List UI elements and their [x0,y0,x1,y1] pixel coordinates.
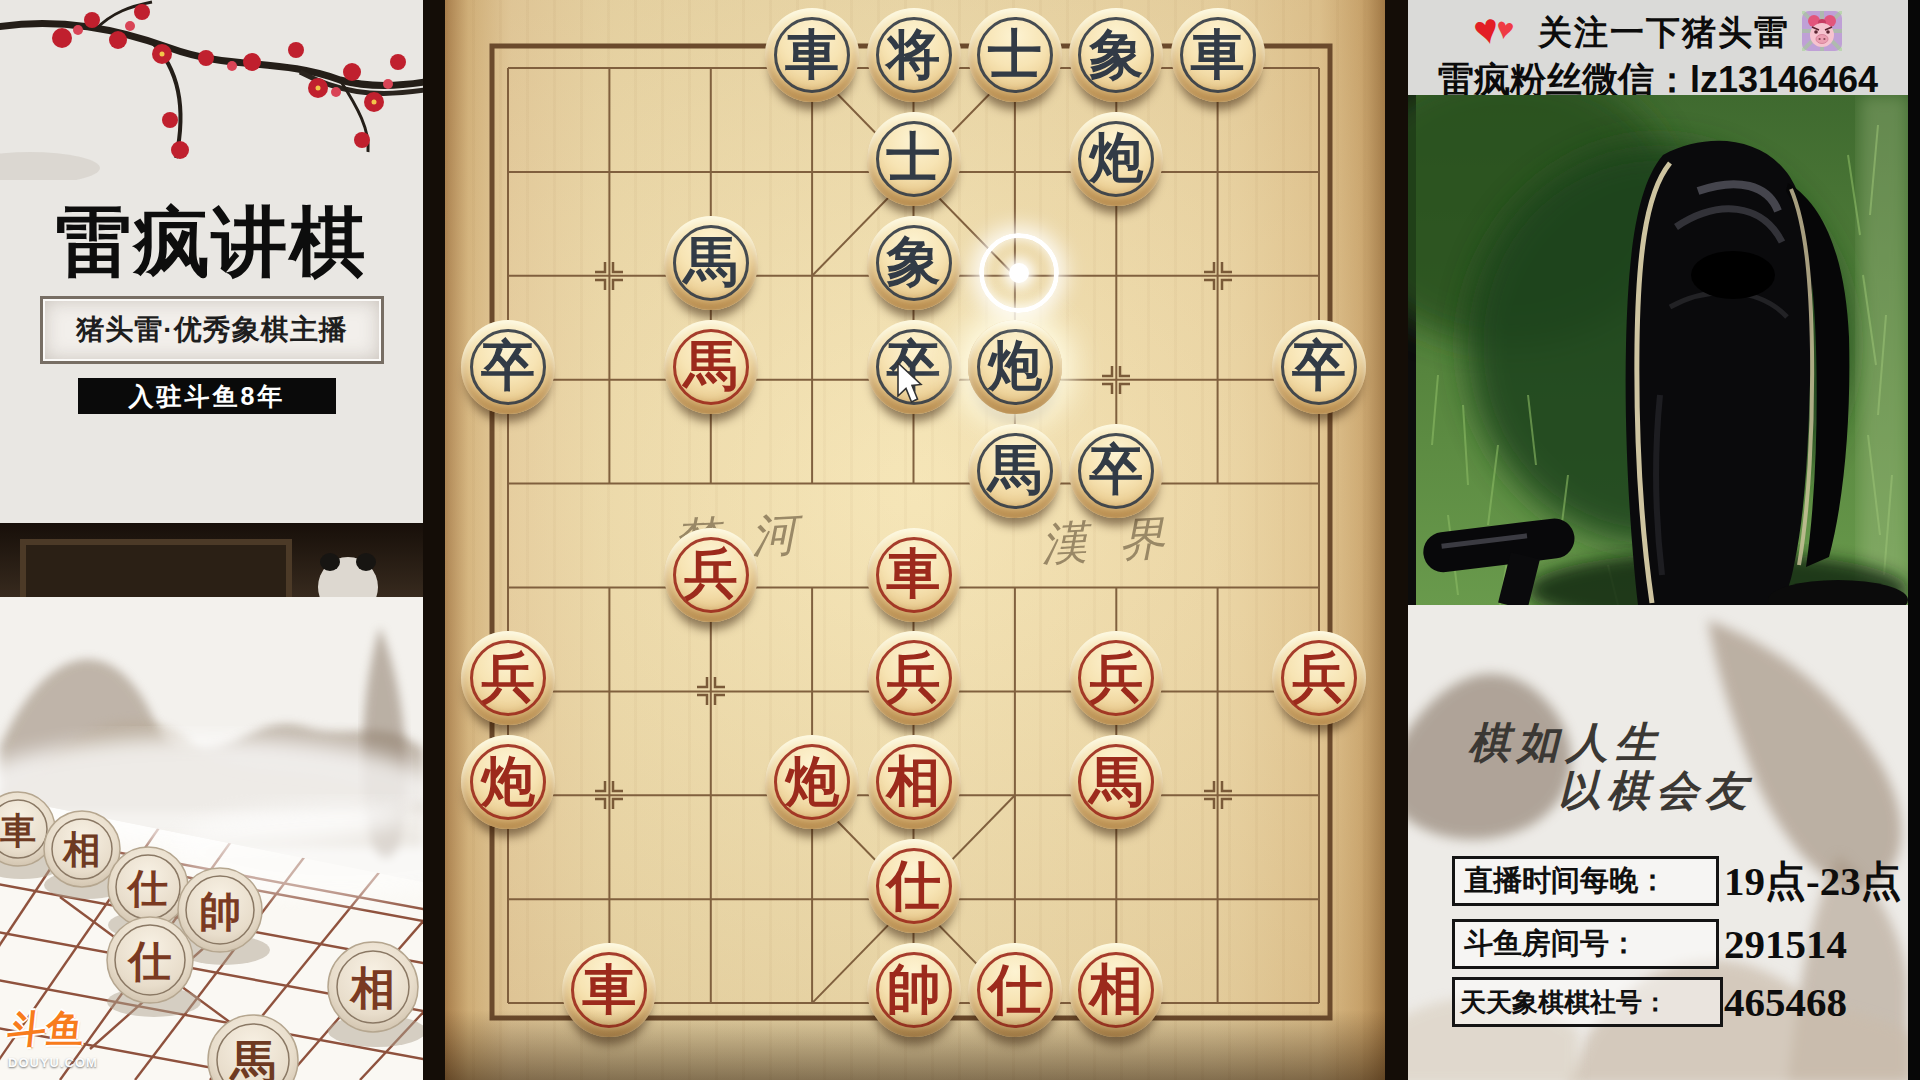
pig-emoji-icon [1802,11,1842,55]
board-piece-red-馬[interactable]: 馬 [1069,735,1163,829]
mouse-cursor [897,362,927,410]
pieces-layer: 車将士象車士炮馬象卒馬卒炮卒馬卒兵車兵兵兵兵炮炮相馬仕車帥仕相 [445,0,1385,1080]
shelf-photo-strip [0,523,423,597]
point-marker [1200,258,1236,294]
board-piece-black-炮[interactable]: 炮 [1069,112,1163,206]
board-piece-red-車[interactable]: 車 [867,528,961,622]
douyu-logo-text: 斗鱼 [5,1004,100,1055]
hearts-icon: ♥♥ [1474,12,1526,54]
plum-blossom-art [0,0,423,180]
live-time-row: 直播时间每晚： 19点-23点 [1452,856,1908,904]
follow-text: 关注一下猪头雷 [1538,10,1790,56]
room-number-value: 291514 [1724,919,1847,969]
right-header: ♥♥ 关注一下猪头雷 雷疯粉丝微信：lz13146464 [1408,0,1908,95]
board-piece-red-兵[interactable]: 兵 [664,528,758,622]
board-piece-black-象[interactable]: 象 [1069,8,1163,102]
board-piece-black-馬[interactable]: 馬 [664,216,758,310]
last-move-origin-marker [979,233,1059,313]
board-piece-red-兵[interactable]: 兵 [461,631,555,725]
svg-text:相: 相 [62,827,101,872]
right-info-panel: 棋如人生 以棋会友 直播时间每晚： 19点-23点 斗鱼房间号： 291514 … [1408,605,1908,1080]
svg-text:相: 相 [349,962,396,1015]
live-time-label: 直播时间每晚： [1452,856,1719,906]
live-time-value: 19点-23点 [1724,856,1902,906]
board-piece-black-象[interactable]: 象 [867,216,961,310]
svg-text:仕: 仕 [126,864,168,911]
board-piece-black-車[interactable]: 車 [765,8,859,102]
svg-text:馬: 馬 [229,1035,276,1080]
board-piece-black-卒[interactable]: 卒 [461,320,555,414]
game-capture-panel: 楚河 漢界 車将士象車士炮馬象卒馬卒炮卒馬卒兵車兵兵兵兵炮炮相馬仕車帥仕相 [423,0,1408,1080]
board-piece-red-兵[interactable]: 兵 [867,631,961,725]
streamer-title: 雷疯讲棋 [0,192,423,295]
wechat-text: 雷疯粉丝微信：lz13146464 [1408,56,1908,95]
board-piece-red-炮[interactable]: 炮 [461,735,555,829]
quote-line2: 以棋会友 [1558,763,1754,819]
room-number-label: 斗鱼房间号： [1452,919,1719,969]
left-banner-panel: 雷疯讲棋 猪头雷·优秀象棋主播 入驻斗鱼8年 [0,0,423,1080]
point-marker [591,258,627,294]
svg-text:帥: 帥 [199,887,241,936]
board-piece-red-相[interactable]: 相 [867,735,961,829]
board-piece-black-士[interactable]: 士 [968,8,1062,102]
chair-photo [1408,95,1908,605]
douyu-logo-sub: DOUYU.COM [8,1055,98,1070]
board-piece-red-馬[interactable]: 馬 [664,320,758,414]
board-piece-red-炮[interactable]: 炮 [765,735,859,829]
point-marker [591,777,627,813]
point-marker [693,673,729,709]
svg-text:車: 車 [0,809,36,851]
streamer-subtitle: 猪头雷·优秀象棋主播 [76,311,347,349]
douyu-logo: 斗鱼 DOUYU.COM [8,1004,98,1070]
point-marker [1200,777,1236,813]
board-piece-red-兵[interactable]: 兵 [1069,631,1163,725]
douyu-years-badge: 入驻斗鱼8年 [78,378,336,414]
board-shadow [445,1010,1385,1080]
svg-text:仕: 仕 [127,936,172,986]
board-piece-black-卒[interactable]: 卒 [1069,424,1163,518]
board-piece-red-兵[interactable]: 兵 [1272,631,1366,725]
xiangqi-board[interactable]: 楚河 漢界 車将士象車士炮馬象卒馬卒炮卒馬卒兵車兵兵兵兵炮炮相馬仕車帥仕相 [445,0,1385,1080]
panda-figurine [318,557,378,597]
point-marker [1098,362,1134,398]
club-number-label: 天天象棋棋社号： [1452,977,1723,1027]
board-piece-black-炮[interactable]: 炮 [968,320,1062,414]
board-piece-black-馬[interactable]: 馬 [968,424,1062,518]
room-number-row: 斗鱼房间号： 291514 [1452,919,1908,967]
board-piece-black-将[interactable]: 将 [867,8,961,102]
board-piece-black-車[interactable]: 車 [1171,8,1265,102]
follow-line: ♥♥ 关注一下猪头雷 [1408,10,1908,56]
club-number-row: 天天象棋棋社号： 465468 [1452,977,1908,1025]
streamer-subtitle-banner: 猪头雷·优秀象棋主播 [40,296,384,364]
board-piece-black-士[interactable]: 士 [867,112,961,206]
screen-edge-strip [1908,0,1920,1080]
stream-screen: 雷疯讲棋 猪头雷·优秀象棋主播 入驻斗鱼8年 [0,0,1920,1080]
board-piece-black-卒[interactable]: 卒 [1272,320,1366,414]
club-number-value: 465468 [1724,977,1847,1027]
framed-board-picture [20,539,292,597]
board-piece-red-仕[interactable]: 仕 [867,839,961,933]
